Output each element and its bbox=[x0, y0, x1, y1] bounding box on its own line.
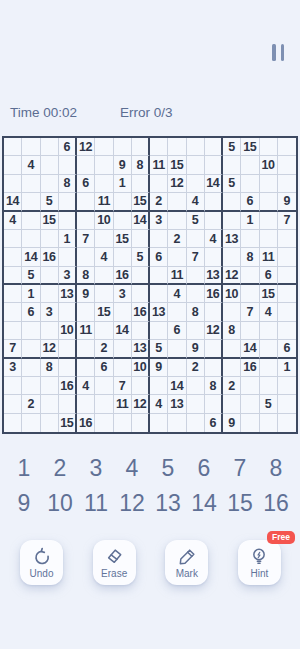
cell-r3c1[interactable] bbox=[4, 175, 22, 193]
cell-r5c5[interactable] bbox=[77, 212, 95, 230]
cell-r4c6[interactable]: 11 bbox=[95, 193, 113, 211]
cell-r8c10[interactable]: 11 bbox=[168, 267, 186, 285]
cell-r3c16[interactable] bbox=[278, 175, 296, 193]
cell-r8c8[interactable] bbox=[132, 267, 150, 285]
cell-r10c8[interactable]: 16 bbox=[132, 303, 150, 321]
cell-r6c11[interactable] bbox=[187, 230, 205, 248]
cell-r16c16[interactable] bbox=[278, 414, 296, 432]
cell-r13c9[interactable]: 9 bbox=[150, 359, 168, 377]
cell-r14c15[interactable] bbox=[260, 377, 278, 395]
cell-r12c10[interactable] bbox=[168, 340, 186, 358]
cell-r2c13[interactable] bbox=[223, 156, 241, 174]
status-bar: Time 00:02 Error 0/3 bbox=[0, 105, 300, 123]
cell-r1c4[interactable]: 6 bbox=[59, 138, 77, 156]
cell-r11c9[interactable] bbox=[150, 322, 168, 340]
cell-r8c11[interactable] bbox=[187, 267, 205, 285]
cell-r10c1[interactable] bbox=[4, 303, 22, 321]
undo-button[interactable]: Undo bbox=[20, 540, 63, 585]
cell-r13c11[interactable]: 2 bbox=[187, 359, 205, 377]
cell-r13c14[interactable]: 16 bbox=[241, 359, 259, 377]
cell-r2c16[interactable] bbox=[278, 156, 296, 174]
cell-r3c14[interactable] bbox=[241, 175, 259, 193]
number-pad: 12345678910111213141516 bbox=[6, 451, 294, 521]
cell-r12c7[interactable] bbox=[114, 340, 132, 358]
cell-r15c11[interactable] bbox=[187, 395, 205, 413]
numpad-button-4[interactable]: 4 bbox=[114, 451, 150, 486]
cell-r8c13[interactable]: 12 bbox=[223, 267, 241, 285]
cell-r5c3[interactable]: 15 bbox=[41, 212, 59, 230]
cell-r14c4[interactable]: 16 bbox=[59, 377, 77, 395]
cell-r12c8[interactable]: 13 bbox=[132, 340, 150, 358]
hint-label: Hint bbox=[251, 568, 269, 579]
cell-r6c2[interactable] bbox=[22, 230, 40, 248]
cell-r11c7[interactable]: 14 bbox=[114, 322, 132, 340]
cell-r11c14[interactable] bbox=[241, 322, 259, 340]
cell-r15c15[interactable]: 5 bbox=[260, 395, 278, 413]
cell-r12c6[interactable]: 2 bbox=[95, 340, 113, 358]
cell-r13c16[interactable]: 1 bbox=[278, 359, 296, 377]
cell-r15c6[interactable] bbox=[95, 395, 113, 413]
cell-r3c9[interactable] bbox=[150, 175, 168, 193]
cell-r4c8[interactable]: 15 bbox=[132, 193, 150, 211]
cell-r14c5[interactable]: 4 bbox=[77, 377, 95, 395]
cell-r12c4[interactable] bbox=[59, 340, 77, 358]
cell-r6c13[interactable]: 13 bbox=[223, 230, 241, 248]
cell-r6c3[interactable] bbox=[41, 230, 59, 248]
cell-r11c5[interactable]: 11 bbox=[77, 322, 95, 340]
cell-r2c3[interactable] bbox=[41, 156, 59, 174]
cell-r1c8[interactable] bbox=[132, 138, 150, 156]
cell-r9c5[interactable]: 9 bbox=[77, 285, 95, 303]
cell-r8c4[interactable]: 3 bbox=[59, 267, 77, 285]
cell-r11c4[interactable]: 10 bbox=[59, 322, 77, 340]
cell-r14c13[interactable]: 2 bbox=[223, 377, 241, 395]
numpad-button-2[interactable]: 2 bbox=[42, 451, 78, 486]
cell-r16c10[interactable] bbox=[168, 414, 186, 432]
cell-r3c8[interactable] bbox=[132, 175, 150, 193]
cell-r7c2[interactable]: 14 bbox=[22, 248, 40, 266]
cell-r8c1[interactable] bbox=[4, 267, 22, 285]
cell-r2c11[interactable] bbox=[187, 156, 205, 174]
cell-r3c7[interactable]: 1 bbox=[114, 175, 132, 193]
cell-r11c6[interactable] bbox=[95, 322, 113, 340]
error-display: Error 0/3 bbox=[120, 105, 173, 120]
cell-r13c5[interactable] bbox=[77, 359, 95, 377]
cell-r7c13[interactable] bbox=[223, 248, 241, 266]
cell-r5c6[interactable]: 10 bbox=[95, 212, 113, 230]
cell-r5c8[interactable]: 14 bbox=[132, 212, 150, 230]
cell-r9c8[interactable] bbox=[132, 285, 150, 303]
cell-r14c16[interactable] bbox=[278, 377, 296, 395]
time-value: 00:02 bbox=[43, 105, 77, 120]
cell-r16c9[interactable] bbox=[150, 414, 168, 432]
cell-r2c6[interactable] bbox=[95, 156, 113, 174]
cell-r12c5[interactable] bbox=[77, 340, 95, 358]
cell-r9c1[interactable] bbox=[4, 285, 22, 303]
cell-r6c16[interactable] bbox=[278, 230, 296, 248]
cell-r5c11[interactable]: 5 bbox=[187, 212, 205, 230]
cell-r9c9[interactable] bbox=[150, 285, 168, 303]
cell-r9c4[interactable]: 13 bbox=[59, 285, 77, 303]
cell-r12c2[interactable] bbox=[22, 340, 40, 358]
cell-r8c9[interactable] bbox=[150, 267, 168, 285]
cell-r16c5[interactable]: 16 bbox=[77, 414, 95, 432]
cell-r4c16[interactable]: 9 bbox=[278, 193, 296, 211]
cell-r15c7[interactable]: 11 bbox=[114, 395, 132, 413]
cell-r10c12[interactable] bbox=[205, 303, 223, 321]
cell-r10c11[interactable]: 8 bbox=[187, 303, 205, 321]
cell-r3c4[interactable]: 8 bbox=[59, 175, 77, 193]
cell-r3c6[interactable] bbox=[95, 175, 113, 193]
cell-r13c10[interactable] bbox=[168, 359, 186, 377]
cell-r3c5[interactable]: 6 bbox=[77, 175, 95, 193]
cell-r10c9[interactable]: 13 bbox=[150, 303, 168, 321]
numpad-button-5[interactable]: 5 bbox=[150, 451, 186, 486]
cell-r15c14[interactable] bbox=[241, 395, 259, 413]
cell-r8c14[interactable] bbox=[241, 267, 259, 285]
cell-r4c3[interactable]: 5 bbox=[41, 193, 59, 211]
numpad-button-12[interactable]: 12 bbox=[114, 486, 150, 521]
cell-r7c11[interactable]: 7 bbox=[187, 248, 205, 266]
cell-r14c9[interactable] bbox=[150, 377, 168, 395]
cell-r14c10[interactable]: 14 bbox=[168, 377, 186, 395]
time-display: Time 00:02 bbox=[10, 105, 77, 120]
cell-r2c1[interactable] bbox=[4, 156, 22, 174]
cell-r10c16[interactable] bbox=[278, 303, 296, 321]
cell-r5c16[interactable]: 7 bbox=[278, 212, 296, 230]
cell-r14c14[interactable] bbox=[241, 377, 259, 395]
cell-r6c10[interactable]: 2 bbox=[168, 230, 186, 248]
cell-r14c1[interactable] bbox=[4, 377, 22, 395]
cell-r4c9[interactable]: 2 bbox=[150, 193, 168, 211]
cell-r9c13[interactable]: 10 bbox=[223, 285, 241, 303]
cell-r11c1[interactable] bbox=[4, 322, 22, 340]
cell-r2c9[interactable]: 11 bbox=[150, 156, 168, 174]
cell-r12c12[interactable] bbox=[205, 340, 223, 358]
cell-r4c4[interactable] bbox=[59, 193, 77, 211]
cell-r13c13[interactable] bbox=[223, 359, 241, 377]
cell-r7c10[interactable] bbox=[168, 248, 186, 266]
cell-r8c16[interactable] bbox=[278, 267, 296, 285]
cell-r14c2[interactable] bbox=[22, 377, 40, 395]
cell-r15c2[interactable]: 2 bbox=[22, 395, 40, 413]
cell-r16c6[interactable] bbox=[95, 414, 113, 432]
cell-r6c9[interactable] bbox=[150, 230, 168, 248]
cell-r1c13[interactable]: 5 bbox=[223, 138, 241, 156]
cell-r10c3[interactable]: 3 bbox=[41, 303, 59, 321]
cell-r11c11[interactable] bbox=[187, 322, 205, 340]
cell-r8c5[interactable]: 8 bbox=[77, 267, 95, 285]
cell-r16c12[interactable]: 6 bbox=[205, 414, 223, 432]
cell-r1c10[interactable] bbox=[168, 138, 186, 156]
cell-r3c3[interactable] bbox=[41, 175, 59, 193]
numpad-button-14[interactable]: 14 bbox=[186, 486, 222, 521]
numpad-button-9[interactable]: 9 bbox=[6, 486, 42, 521]
cell-r2c14[interactable] bbox=[241, 156, 259, 174]
numpad-button-11[interactable]: 11 bbox=[78, 486, 114, 521]
pause-button[interactable] bbox=[267, 42, 289, 62]
error-value: 0/3 bbox=[154, 105, 173, 120]
cell-r15c1[interactable] bbox=[4, 395, 22, 413]
cell-r1c3[interactable] bbox=[41, 138, 59, 156]
cell-r9c11[interactable] bbox=[187, 285, 205, 303]
cell-r4c12[interactable] bbox=[205, 193, 223, 211]
cell-r6c15[interactable] bbox=[260, 230, 278, 248]
cell-r5c10[interactable] bbox=[168, 212, 186, 230]
cell-r16c2[interactable] bbox=[22, 414, 40, 432]
cell-r9c12[interactable]: 16 bbox=[205, 285, 223, 303]
lightbulb-icon bbox=[249, 547, 269, 567]
hint-button[interactable]: Free Hint bbox=[238, 540, 281, 585]
cell-r9c2[interactable]: 1 bbox=[22, 285, 40, 303]
time-label: Time bbox=[10, 105, 40, 120]
cell-r5c4[interactable] bbox=[59, 212, 77, 230]
cell-r13c8[interactable]: 10 bbox=[132, 359, 150, 377]
cell-r14c12[interactable]: 8 bbox=[205, 377, 223, 395]
cell-r6c7[interactable]: 15 bbox=[114, 230, 132, 248]
cell-r11c3[interactable] bbox=[41, 322, 59, 340]
cell-r2c10[interactable]: 15 bbox=[168, 156, 186, 174]
cell-r12c1[interactable]: 7 bbox=[4, 340, 22, 358]
cell-r8c15[interactable]: 6 bbox=[260, 267, 278, 285]
cell-r9c15[interactable]: 15 bbox=[260, 285, 278, 303]
toolbar: Undo Erase Mark Free Hint bbox=[20, 540, 281, 585]
numpad-button-8[interactable]: 8 bbox=[258, 451, 294, 486]
cell-r7c7[interactable] bbox=[114, 248, 132, 266]
cell-r13c7[interactable] bbox=[114, 359, 132, 377]
cell-r14c3[interactable] bbox=[41, 377, 59, 395]
cell-r6c6[interactable] bbox=[95, 230, 113, 248]
cell-r1c1[interactable] bbox=[4, 138, 22, 156]
cell-r7c14[interactable]: 8 bbox=[241, 248, 259, 266]
cell-r13c3[interactable]: 8 bbox=[41, 359, 59, 377]
cell-r16c8[interactable] bbox=[132, 414, 150, 432]
cell-r7c6[interactable]: 4 bbox=[95, 248, 113, 266]
cell-r1c5[interactable]: 12 bbox=[77, 138, 95, 156]
cell-r15c8[interactable]: 12 bbox=[132, 395, 150, 413]
cell-r4c11[interactable]: 4 bbox=[187, 193, 205, 211]
cell-r15c16[interactable] bbox=[278, 395, 296, 413]
cell-r9c14[interactable] bbox=[241, 285, 259, 303]
cell-r1c12[interactable] bbox=[205, 138, 223, 156]
cell-r7c4[interactable] bbox=[59, 248, 77, 266]
cell-r8c7[interactable]: 16 bbox=[114, 267, 132, 285]
numpad-button-1[interactable]: 1 bbox=[6, 451, 42, 486]
cell-r4c2[interactable] bbox=[22, 193, 40, 211]
cell-r2c8[interactable]: 8 bbox=[132, 156, 150, 174]
cell-r5c14[interactable]: 1 bbox=[241, 212, 259, 230]
cell-r2c12[interactable] bbox=[205, 156, 223, 174]
erase-label: Erase bbox=[101, 568, 127, 579]
cell-r15c4[interactable] bbox=[59, 395, 77, 413]
cell-r2c5[interactable] bbox=[77, 156, 95, 174]
cell-r8c12[interactable]: 13 bbox=[205, 267, 223, 285]
cell-r7c16[interactable] bbox=[278, 248, 296, 266]
cell-r6c5[interactable]: 7 bbox=[77, 230, 95, 248]
undo-label: Undo bbox=[30, 568, 54, 579]
cell-r11c12[interactable]: 12 bbox=[205, 322, 223, 340]
cell-r3c13[interactable]: 5 bbox=[223, 175, 241, 193]
cell-r16c13[interactable]: 9 bbox=[223, 414, 241, 432]
cell-r6c4[interactable]: 1 bbox=[59, 230, 77, 248]
cell-r7c1[interactable] bbox=[4, 248, 22, 266]
cell-r5c9[interactable]: 3 bbox=[150, 212, 168, 230]
cell-r4c10[interactable] bbox=[168, 193, 186, 211]
cell-r16c11[interactable] bbox=[187, 414, 205, 432]
cell-r15c5[interactable] bbox=[77, 395, 95, 413]
numpad-button-15[interactable]: 15 bbox=[222, 486, 258, 521]
cell-r10c5[interactable] bbox=[77, 303, 95, 321]
cell-r5c2[interactable] bbox=[22, 212, 40, 230]
cell-r15c3[interactable] bbox=[41, 395, 59, 413]
cell-r15c12[interactable] bbox=[205, 395, 223, 413]
cell-r11c10[interactable]: 6 bbox=[168, 322, 186, 340]
cell-r13c4[interactable] bbox=[59, 359, 77, 377]
cell-r14c7[interactable]: 7 bbox=[114, 377, 132, 395]
cell-r1c16[interactable] bbox=[278, 138, 296, 156]
cell-r2c15[interactable]: 10 bbox=[260, 156, 278, 174]
cell-r13c1[interactable]: 3 bbox=[4, 359, 22, 377]
error-label: Error bbox=[120, 105, 150, 120]
cell-r12c9[interactable]: 5 bbox=[150, 340, 168, 358]
cell-r11c13[interactable]: 8 bbox=[223, 322, 241, 340]
cell-r1c7[interactable] bbox=[114, 138, 132, 156]
cell-r16c7[interactable] bbox=[114, 414, 132, 432]
cell-r10c15[interactable]: 4 bbox=[260, 303, 278, 321]
cell-r1c6[interactable] bbox=[95, 138, 113, 156]
cell-r9c6[interactable] bbox=[95, 285, 113, 303]
numpad-button-7[interactable]: 7 bbox=[222, 451, 258, 486]
cell-r13c6[interactable]: 6 bbox=[95, 359, 113, 377]
cell-r11c15[interactable] bbox=[260, 322, 278, 340]
cell-r16c3[interactable] bbox=[41, 414, 59, 432]
cell-r13c15[interactable] bbox=[260, 359, 278, 377]
cell-r7c5[interactable] bbox=[77, 248, 95, 266]
cell-r4c15[interactable] bbox=[260, 193, 278, 211]
cell-r10c14[interactable]: 7 bbox=[241, 303, 259, 321]
cell-r3c12[interactable]: 14 bbox=[205, 175, 223, 193]
cell-r2c7[interactable]: 9 bbox=[114, 156, 132, 174]
app-screen: Time 00:02 Error 0/3 6125154981115108611… bbox=[0, 0, 300, 649]
cell-r6c12[interactable]: 4 bbox=[205, 230, 223, 248]
mark-button[interactable]: Mark bbox=[165, 540, 208, 585]
cell-r3c10[interactable]: 12 bbox=[168, 175, 186, 193]
cell-r3c15[interactable] bbox=[260, 175, 278, 193]
cell-r8c6[interactable] bbox=[95, 267, 113, 285]
cell-r7c8[interactable]: 5 bbox=[132, 248, 150, 266]
cell-r4c13[interactable] bbox=[223, 193, 241, 211]
numpad-button-6[interactable]: 6 bbox=[186, 451, 222, 486]
cell-r10c13[interactable] bbox=[223, 303, 241, 321]
cell-r5c12[interactable] bbox=[205, 212, 223, 230]
cell-r12c16[interactable]: 6 bbox=[278, 340, 296, 358]
cell-r16c4[interactable]: 15 bbox=[59, 414, 77, 432]
eraser-icon bbox=[104, 547, 124, 567]
cell-r14c6[interactable] bbox=[95, 377, 113, 395]
cell-r16c15[interactable] bbox=[260, 414, 278, 432]
cell-r9c16[interactable] bbox=[278, 285, 296, 303]
cell-r7c15[interactable]: 11 bbox=[260, 248, 278, 266]
cell-r14c8[interactable] bbox=[132, 377, 150, 395]
cell-r14c11[interactable] bbox=[187, 377, 205, 395]
cell-r10c4[interactable] bbox=[59, 303, 77, 321]
cell-r12c3[interactable]: 12 bbox=[41, 340, 59, 358]
cell-r5c13[interactable] bbox=[223, 212, 241, 230]
cell-r15c13[interactable] bbox=[223, 395, 241, 413]
cell-r7c12[interactable] bbox=[205, 248, 223, 266]
cell-r10c2[interactable]: 6 bbox=[22, 303, 40, 321]
pause-icon bbox=[272, 44, 276, 61]
cell-r13c12[interactable] bbox=[205, 359, 223, 377]
cell-r15c10[interactable]: 13 bbox=[168, 395, 186, 413]
cell-r3c2[interactable] bbox=[22, 175, 40, 193]
cell-r10c10[interactable] bbox=[168, 303, 186, 321]
cell-r10c7[interactable] bbox=[114, 303, 132, 321]
cell-r11c16[interactable] bbox=[278, 322, 296, 340]
cell-r10c6[interactable]: 15 bbox=[95, 303, 113, 321]
cell-r8c2[interactable]: 5 bbox=[22, 267, 40, 285]
cell-r5c1[interactable]: 4 bbox=[4, 212, 22, 230]
cell-r7c3[interactable]: 16 bbox=[41, 248, 59, 266]
cell-r4c5[interactable] bbox=[77, 193, 95, 211]
cell-r9c3[interactable] bbox=[41, 285, 59, 303]
mark-label: Mark bbox=[176, 568, 198, 579]
cell-r4c7[interactable] bbox=[114, 193, 132, 211]
undo-icon bbox=[32, 547, 52, 567]
cell-r11c8[interactable] bbox=[132, 322, 150, 340]
cell-r16c1[interactable] bbox=[4, 414, 22, 432]
erase-button[interactable]: Erase bbox=[93, 540, 136, 585]
cell-r1c2[interactable] bbox=[22, 138, 40, 156]
cell-r1c11[interactable] bbox=[187, 138, 205, 156]
cell-r3c11[interactable] bbox=[187, 175, 205, 193]
cell-r5c15[interactable] bbox=[260, 212, 278, 230]
cell-r12c15[interactable] bbox=[260, 340, 278, 358]
free-badge: Free bbox=[267, 531, 295, 544]
cell-r12c13[interactable] bbox=[223, 340, 241, 358]
cell-r6c1[interactable] bbox=[4, 230, 22, 248]
cell-r13c2[interactable] bbox=[22, 359, 40, 377]
cell-r8c3[interactable] bbox=[41, 267, 59, 285]
cell-r5c7[interactable] bbox=[114, 212, 132, 230]
cell-r16c14[interactable] bbox=[241, 414, 259, 432]
numpad-button-10[interactable]: 10 bbox=[42, 486, 78, 521]
cell-r6c14[interactable] bbox=[241, 230, 259, 248]
cell-r12c14[interactable]: 14 bbox=[241, 340, 259, 358]
cell-r7c9[interactable]: 6 bbox=[150, 248, 168, 266]
pencil-icon bbox=[177, 547, 197, 567]
pause-icon bbox=[281, 44, 285, 61]
cell-r2c4[interactable] bbox=[59, 156, 77, 174]
cell-r9c7[interactable]: 3 bbox=[114, 285, 132, 303]
cell-r11c2[interactable] bbox=[22, 322, 40, 340]
cell-r15c9[interactable]: 4 bbox=[150, 395, 168, 413]
cell-r2c2[interactable]: 4 bbox=[22, 156, 40, 174]
cell-r9c10[interactable]: 4 bbox=[168, 285, 186, 303]
numpad-button-3[interactable]: 3 bbox=[78, 451, 114, 486]
cell-r1c9[interactable] bbox=[150, 138, 168, 156]
cell-r6c8[interactable] bbox=[132, 230, 150, 248]
cell-r1c14[interactable]: 15 bbox=[241, 138, 259, 156]
numpad-button-13[interactable]: 13 bbox=[150, 486, 186, 521]
cell-r12c11[interactable]: 9 bbox=[187, 340, 205, 358]
cell-r1c15[interactable] bbox=[260, 138, 278, 156]
numpad-button-16[interactable]: 16 bbox=[258, 486, 294, 521]
cell-r4c14[interactable]: 6 bbox=[241, 193, 259, 211]
sudoku-board: 6125154981115108611214514511152469415101… bbox=[2, 136, 298, 434]
cell-r4c1[interactable]: 14 bbox=[4, 193, 22, 211]
